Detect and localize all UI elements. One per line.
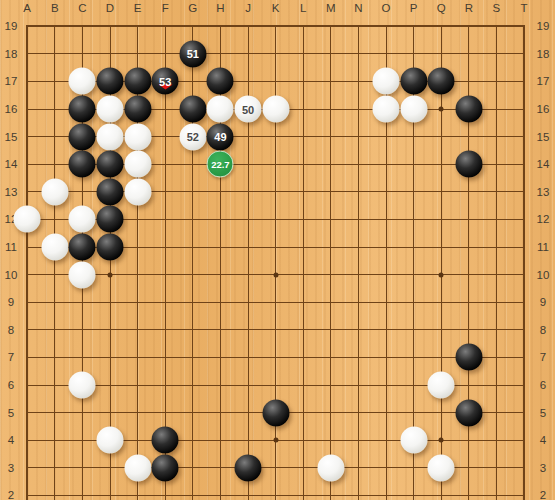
- row-label-right: 7: [540, 351, 546, 363]
- black-stone: [262, 399, 289, 426]
- row-label-right: 5: [540, 407, 546, 419]
- go-board[interactable]: ABCDEFGHJKLMNOPQRST 19181716151413121110…: [0, 0, 555, 500]
- white-stone: [69, 206, 96, 233]
- grid-line-horizontal: [26, 329, 525, 330]
- black-stone: [207, 68, 234, 95]
- row-label-left: 7: [8, 351, 14, 363]
- black-stone: [179, 96, 206, 123]
- black-stone: [69, 151, 96, 178]
- star-point: [273, 438, 278, 443]
- grid-line-horizontal: [26, 495, 525, 496]
- star-point: [439, 272, 444, 277]
- white-stone: [400, 427, 427, 454]
- star-point: [108, 272, 113, 277]
- row-label-left: 2: [8, 489, 14, 500]
- row-label-right: 11: [537, 241, 549, 253]
- black-stone: [124, 96, 151, 123]
- white-stone: [97, 123, 124, 150]
- grid-line-vertical: [441, 25, 442, 500]
- row-label-right: 18: [537, 48, 550, 60]
- column-label: J: [245, 2, 251, 14]
- column-label: Q: [437, 2, 446, 14]
- row-label-right: 4: [540, 434, 546, 446]
- row-label-left: 15: [5, 131, 18, 143]
- row-label-right: 19: [537, 20, 550, 32]
- move-number: 50: [242, 103, 254, 115]
- row-label-right: 2: [540, 489, 546, 500]
- column-label: L: [300, 2, 306, 14]
- star-point: [273, 272, 278, 277]
- row-label-left: 8: [8, 324, 14, 336]
- black-stone: [152, 454, 179, 481]
- black-stone: [97, 206, 124, 233]
- black-stone: [69, 234, 96, 261]
- white-stone: [97, 96, 124, 123]
- white-stone: [69, 372, 96, 399]
- column-label: H: [216, 2, 224, 14]
- black-stone: [400, 68, 427, 95]
- move-number: 51: [187, 48, 199, 60]
- white-stone: [428, 372, 455, 399]
- row-label-right: 15: [537, 131, 550, 143]
- column-label: C: [78, 2, 86, 14]
- column-label: A: [23, 2, 31, 14]
- black-stone: [97, 178, 124, 205]
- white-stone: [207, 96, 234, 123]
- grid-line-vertical: [496, 25, 497, 500]
- black-stone: [97, 234, 124, 261]
- black-stone: [428, 68, 455, 95]
- row-label-left: 16: [5, 103, 18, 115]
- grid-line-horizontal: [26, 302, 525, 303]
- column-label: N: [354, 2, 362, 14]
- column-label: G: [188, 2, 197, 14]
- move-number: 52: [187, 131, 199, 143]
- white-stone: 52: [179, 123, 206, 150]
- move-number: 53: [159, 75, 171, 87]
- white-stone: [69, 68, 96, 95]
- row-label-left: 10: [5, 269, 18, 281]
- grid-line-vertical: [330, 25, 331, 500]
- column-label: F: [162, 2, 169, 14]
- star-point: [439, 438, 444, 443]
- grid-line-vertical: [523, 25, 525, 500]
- row-label-right: 8: [540, 324, 546, 336]
- row-label-left: 6: [8, 379, 14, 391]
- row-label-right: 14: [537, 158, 550, 170]
- black-stone: 49: [207, 123, 234, 150]
- grid-line-vertical: [54, 25, 55, 500]
- column-label: M: [326, 2, 336, 14]
- row-label-right: 13: [537, 186, 550, 198]
- row-label-left: 9: [8, 296, 14, 308]
- grid-line-vertical: [358, 25, 359, 500]
- black-stone: [455, 151, 482, 178]
- white-stone: [124, 454, 151, 481]
- column-label: R: [465, 2, 473, 14]
- black-stone: [69, 96, 96, 123]
- white-stone: [124, 151, 151, 178]
- row-label-left: 4: [8, 434, 14, 446]
- black-stone: [455, 96, 482, 123]
- ai-suggestion-marker[interactable]: 22.7: [207, 151, 234, 178]
- white-stone: [69, 261, 96, 288]
- row-label-left: 3: [8, 462, 14, 474]
- white-stone: [373, 96, 400, 123]
- white-stone: [400, 96, 427, 123]
- black-stone: [235, 454, 262, 481]
- row-label-right: 12: [537, 213, 550, 225]
- white-stone: [14, 206, 41, 233]
- move-number: 49: [214, 131, 226, 143]
- white-stone: [97, 427, 124, 454]
- row-label-right: 16: [537, 103, 550, 115]
- black-stone: [97, 68, 124, 95]
- column-label: P: [410, 2, 418, 14]
- row-label-right: 6: [540, 379, 546, 391]
- column-label: E: [134, 2, 142, 14]
- grid-line-vertical: [303, 25, 304, 500]
- white-stone: [428, 454, 455, 481]
- column-label: S: [493, 2, 501, 14]
- white-stone: [41, 178, 68, 205]
- black-stone: [152, 427, 179, 454]
- row-label-right: 17: [537, 75, 550, 87]
- row-label-right: 9: [540, 296, 546, 308]
- white-stone: [373, 68, 400, 95]
- row-label-right: 10: [537, 269, 550, 281]
- column-label: T: [520, 2, 527, 14]
- black-stone: 53: [152, 68, 179, 95]
- row-label-left: 11: [5, 241, 17, 253]
- black-stone: [124, 68, 151, 95]
- row-label-left: 19: [5, 20, 18, 32]
- star-point: [439, 107, 444, 112]
- white-stone: 50: [235, 96, 262, 123]
- grid-line-vertical: [26, 25, 28, 500]
- black-stone: [97, 151, 124, 178]
- white-stone: [124, 178, 151, 205]
- column-label: B: [51, 2, 59, 14]
- black-stone: [69, 123, 96, 150]
- black-stone: [455, 344, 482, 371]
- white-stone: [317, 454, 344, 481]
- grid-line-horizontal: [26, 357, 525, 358]
- white-stone: [41, 234, 68, 261]
- column-label: D: [106, 2, 114, 14]
- white-stone: [262, 96, 289, 123]
- row-label-left: 17: [5, 75, 18, 87]
- row-label-left: 13: [5, 186, 18, 198]
- row-label-left: 14: [5, 158, 18, 170]
- row-label-right: 3: [540, 462, 546, 474]
- white-stone: [124, 123, 151, 150]
- column-label: O: [382, 2, 391, 14]
- black-stone: [455, 399, 482, 426]
- row-label-left: 18: [5, 48, 18, 60]
- black-stone: 51: [179, 40, 206, 67]
- column-label: K: [272, 2, 280, 14]
- row-label-left: 5: [8, 407, 14, 419]
